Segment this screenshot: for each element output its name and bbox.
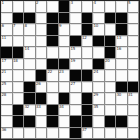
clue-number: 31 — [128, 93, 133, 97]
white-cell[interactable]: 19 — [70, 59, 82, 71]
black-cell — [116, 116, 128, 128]
clue-number: 18 — [13, 59, 18, 63]
white-cell[interactable] — [24, 128, 36, 140]
white-cell[interactable]: 23 — [59, 70, 71, 82]
white-cell[interactable] — [24, 70, 36, 82]
clue-number: 9 — [59, 24, 61, 28]
white-cell[interactable] — [93, 128, 105, 140]
white-cell[interactable] — [128, 13, 140, 25]
white-cell[interactable]: 31 — [128, 93, 140, 105]
black-cell — [82, 24, 94, 36]
black-cell — [47, 13, 59, 25]
white-cell[interactable] — [13, 82, 25, 94]
white-cell[interactable]: 6 — [1, 24, 13, 36]
black-cell — [47, 36, 59, 48]
white-cell[interactable] — [59, 36, 71, 48]
white-cell[interactable] — [128, 105, 140, 117]
white-cell[interactable]: 24 — [93, 70, 105, 82]
black-cell — [93, 36, 105, 48]
black-cell — [24, 82, 36, 94]
white-cell[interactable]: 8 — [24, 24, 36, 36]
white-cell[interactable] — [36, 47, 48, 59]
black-cell — [105, 47, 117, 59]
clue-number: 34 — [59, 105, 64, 109]
clue-number: 37 — [82, 128, 87, 132]
white-cell[interactable]: 26 — [36, 82, 48, 94]
white-cell[interactable] — [47, 128, 59, 140]
black-cell — [1, 47, 13, 59]
white-cell[interactable]: 34 — [59, 105, 71, 117]
white-cell[interactable] — [82, 47, 94, 59]
white-cell[interactable] — [70, 24, 82, 36]
white-cell[interactable] — [13, 1, 25, 13]
white-cell[interactable] — [105, 93, 117, 105]
white-cell[interactable] — [36, 128, 48, 140]
white-cell[interactable] — [13, 128, 25, 140]
clue-number: 21 — [2, 70, 7, 74]
white-cell[interactable] — [36, 59, 48, 71]
white-cell[interactable] — [1, 116, 13, 128]
white-cell[interactable] — [70, 93, 82, 105]
clue-number: 22 — [48, 70, 53, 74]
clue-number: 32 — [25, 105, 30, 109]
clue-number: 3 — [71, 1, 73, 5]
black-cell — [13, 105, 25, 117]
white-cell[interactable] — [59, 116, 71, 128]
clue-number: 16 — [117, 47, 122, 51]
black-cell — [82, 70, 94, 82]
white-cell[interactable]: 21 — [1, 70, 13, 82]
white-cell[interactable] — [36, 36, 48, 48]
white-cell[interactable]: 5 — [128, 1, 140, 13]
white-cell[interactable]: 3 — [70, 1, 82, 13]
black-cell — [105, 36, 117, 48]
white-cell[interactable]: 29 — [93, 93, 105, 105]
white-cell[interactable] — [105, 82, 117, 94]
clue-number: 7 — [13, 24, 15, 28]
black-cell — [13, 47, 25, 59]
clue-number: 11 — [2, 36, 7, 40]
black-cell — [59, 93, 71, 105]
white-cell[interactable] — [116, 105, 128, 117]
white-cell[interactable] — [105, 1, 117, 13]
black-cell — [24, 93, 36, 105]
white-cell[interactable]: 22 — [47, 70, 59, 82]
black-cell — [24, 116, 36, 128]
clue-number: 14 — [25, 47, 30, 51]
white-cell[interactable] — [47, 82, 59, 94]
white-cell[interactable] — [13, 93, 25, 105]
white-cell[interactable]: 1 — [1, 1, 13, 13]
clue-number: 27 — [71, 82, 76, 86]
clue-number: 15 — [71, 47, 76, 51]
white-cell[interactable] — [36, 116, 48, 128]
black-cell — [116, 13, 128, 25]
clue-number: 26 — [36, 82, 41, 86]
black-cell — [116, 24, 128, 36]
white-cell[interactable]: 20 — [105, 59, 117, 71]
white-cell[interactable]: 16 — [116, 47, 128, 59]
white-cell[interactable] — [128, 47, 140, 59]
white-cell[interactable] — [128, 36, 140, 48]
white-cell[interactable] — [105, 128, 117, 140]
clue-number: 23 — [59, 70, 64, 74]
white-cell[interactable] — [116, 128, 128, 140]
white-cell[interactable]: 33 — [36, 105, 48, 117]
clue-number: 8 — [25, 24, 27, 28]
white-cell[interactable] — [105, 70, 117, 82]
black-cell — [36, 93, 48, 105]
white-cell[interactable]: 27 — [70, 82, 82, 94]
white-cell[interactable]: 15 — [70, 47, 82, 59]
white-cell[interactable] — [47, 1, 59, 13]
white-cell[interactable] — [105, 105, 117, 117]
white-cell[interactable]: 2 — [36, 1, 48, 13]
white-cell[interactable] — [59, 128, 71, 140]
black-cell — [82, 105, 94, 117]
white-cell[interactable] — [59, 47, 71, 59]
clue-number: 28 — [2, 93, 7, 97]
white-cell[interactable] — [93, 116, 105, 128]
white-cell[interactable] — [13, 70, 25, 82]
crossword-board: 1234567891011121314151617181920212223242… — [0, 0, 140, 140]
black-cell — [70, 70, 82, 82]
white-cell[interactable]: 32 — [24, 105, 36, 117]
white-cell[interactable]: 7 — [13, 24, 25, 36]
black-cell — [13, 116, 25, 128]
white-cell[interactable] — [70, 13, 82, 25]
clue-number: 1 — [2, 1, 4, 5]
clue-number: 13 — [117, 36, 122, 40]
white-cell[interactable] — [93, 47, 105, 59]
black-cell — [59, 1, 71, 13]
clue-number: 17 — [2, 59, 7, 63]
white-cell[interactable] — [36, 13, 48, 25]
white-cell[interactable] — [47, 93, 59, 105]
clue-number: 4 — [94, 1, 96, 5]
white-cell[interactable]: 14 — [24, 47, 36, 59]
black-cell — [82, 13, 94, 25]
clue-number: 30 — [117, 93, 122, 97]
white-cell[interactable] — [105, 24, 117, 36]
white-cell[interactable] — [82, 82, 94, 94]
clue-number: 24 — [94, 70, 99, 74]
black-cell — [47, 105, 59, 117]
clue-number: 29 — [94, 93, 99, 97]
white-cell[interactable] — [59, 82, 71, 94]
white-cell[interactable] — [128, 59, 140, 71]
white-cell[interactable]: 10 — [93, 24, 105, 36]
black-cell — [82, 116, 94, 128]
clue-number: 5 — [128, 1, 130, 5]
white-cell[interactable] — [116, 70, 128, 82]
clue-number: 36 — [2, 128, 7, 132]
white-cell[interactable]: 36 — [1, 128, 13, 140]
white-cell[interactable]: 11 — [1, 36, 13, 48]
white-cell[interactable]: 12 — [82, 36, 94, 48]
white-cell[interactable]: 18 — [13, 59, 25, 71]
white-cell[interactable] — [116, 59, 128, 71]
black-cell — [70, 128, 82, 140]
white-cell[interactable] — [128, 70, 140, 82]
black-cell — [70, 116, 82, 128]
white-cell[interactable] — [128, 24, 140, 36]
white-cell[interactable]: 28 — [1, 93, 13, 105]
white-cell[interactable]: 30 — [116, 93, 128, 105]
clue-number: 20 — [105, 59, 110, 63]
clue-number: 12 — [82, 36, 87, 40]
white-cell[interactable] — [128, 128, 140, 140]
white-cell[interactable] — [70, 105, 82, 117]
white-cell[interactable] — [1, 105, 13, 117]
black-cell — [36, 70, 48, 82]
clue-number: 10 — [94, 24, 99, 28]
white-cell[interactable] — [82, 1, 94, 13]
black-cell — [105, 13, 117, 25]
clue-number: 19 — [71, 59, 76, 63]
white-cell[interactable] — [24, 1, 36, 13]
white-cell[interactable]: 35 — [93, 105, 105, 117]
white-cell[interactable]: 37 — [82, 128, 94, 140]
clue-number: 6 — [2, 24, 4, 28]
white-cell[interactable]: 9 — [59, 24, 71, 36]
clue-number: 2 — [36, 1, 38, 5]
white-cell[interactable] — [82, 59, 94, 71]
white-cell[interactable] — [36, 24, 48, 36]
black-cell — [47, 24, 59, 36]
white-cell[interactable] — [13, 36, 25, 48]
white-cell[interactable] — [24, 59, 36, 71]
clue-number: 33 — [36, 105, 41, 109]
white-cell[interactable] — [47, 47, 59, 59]
black-cell — [47, 116, 59, 128]
white-cell[interactable] — [116, 1, 128, 13]
white-cell[interactable]: 4 — [93, 1, 105, 13]
white-cell[interactable] — [128, 116, 140, 128]
clue-number: 25 — [2, 82, 7, 86]
clue-number: 35 — [94, 105, 99, 109]
black-cell — [105, 116, 117, 128]
black-cell — [82, 93, 94, 105]
